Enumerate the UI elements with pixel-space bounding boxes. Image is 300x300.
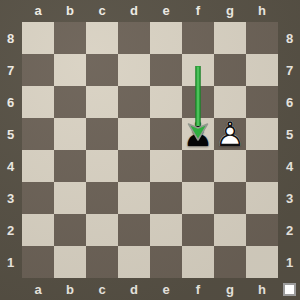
square-e2[interactable] [150,214,182,246]
square-c7[interactable] [86,54,118,86]
square-a4[interactable] [22,150,54,182]
rank-label-4: 4 [0,150,21,182]
square-e8[interactable] [150,22,182,54]
rank-label-3: 3 [0,182,21,214]
square-a2[interactable] [22,214,54,246]
square-a1[interactable] [22,246,54,278]
rank-label-1: 1 [0,246,21,278]
file-labels-bottom: abcdefgh [22,278,278,300]
file-label-c: c [86,278,118,300]
square-b8[interactable] [54,22,86,54]
file-label-b: b [54,278,86,300]
square-c1[interactable] [86,246,118,278]
square-d4[interactable] [118,150,150,182]
rank-label-5: 5 [279,118,300,150]
square-d1[interactable] [118,246,150,278]
square-a3[interactable] [22,182,54,214]
square-c8[interactable] [86,22,118,54]
square-f4[interactable] [182,150,214,182]
file-label-f: f [182,278,214,300]
rank-label-8: 8 [279,22,300,54]
square-g4[interactable] [214,150,246,182]
square-d3[interactable] [118,182,150,214]
file-label-a: a [22,0,54,21]
file-label-e: e [150,0,182,21]
file-label-g: g [214,278,246,300]
square-e5[interactable] [150,118,182,150]
rank-label-6: 6 [0,86,21,118]
square-b3[interactable] [54,182,86,214]
square-h8[interactable] [246,22,278,54]
square-d7[interactable] [118,54,150,86]
side-to-move-indicator [283,283,296,296]
square-d8[interactable] [118,22,150,54]
square-b6[interactable] [54,86,86,118]
square-f7[interactable] [182,54,214,86]
square-f1[interactable] [182,246,214,278]
square-c4[interactable] [86,150,118,182]
file-label-h: h [246,278,278,300]
square-c6[interactable] [86,86,118,118]
square-b1[interactable] [54,246,86,278]
square-h7[interactable] [246,54,278,86]
file-label-a: a [22,278,54,300]
file-label-b: b [54,0,86,21]
rank-labels-right: 87654321 [279,22,300,278]
chess-board: ♟♟♙ [22,22,278,278]
square-e4[interactable] [150,150,182,182]
rank-label-7: 7 [279,54,300,86]
square-g2[interactable] [214,214,246,246]
file-label-c: c [86,0,118,21]
piece-white-pawn-g5[interactable]: ♟♙ [214,118,246,150]
file-label-g: g [214,0,246,21]
square-c3[interactable] [86,182,118,214]
square-a7[interactable] [22,54,54,86]
rank-label-7: 7 [0,54,21,86]
square-b4[interactable] [54,150,86,182]
square-b2[interactable] [54,214,86,246]
square-e7[interactable] [150,54,182,86]
white-pawn-outline: ♙ [214,118,246,150]
piece-black-pawn-f5[interactable]: ♟ [182,118,214,150]
square-e6[interactable] [150,86,182,118]
rank-label-1: 1 [279,246,300,278]
rank-label-3: 3 [279,182,300,214]
square-e3[interactable] [150,182,182,214]
rank-label-2: 2 [279,214,300,246]
square-b7[interactable] [54,54,86,86]
square-a5[interactable] [22,118,54,150]
square-h3[interactable] [246,182,278,214]
square-h6[interactable] [246,86,278,118]
file-label-h: h [246,0,278,21]
square-d5[interactable] [118,118,150,150]
square-e1[interactable] [150,246,182,278]
file-labels-top: abcdefgh [22,0,278,21]
square-c2[interactable] [86,214,118,246]
square-h1[interactable] [246,246,278,278]
square-c5[interactable] [86,118,118,150]
file-label-e: e [150,278,182,300]
square-d6[interactable] [118,86,150,118]
square-b5[interactable] [54,118,86,150]
rank-label-5: 5 [0,118,21,150]
chess-board-frame: abcdefgh abcdefgh 87654321 87654321 ♟♟♙ [0,0,300,300]
square-a8[interactable] [22,22,54,54]
square-h2[interactable] [246,214,278,246]
square-f3[interactable] [182,182,214,214]
rank-label-4: 4 [279,150,300,182]
square-a6[interactable] [22,86,54,118]
square-g5[interactable]: ♟♙ [214,118,246,150]
rank-label-6: 6 [279,86,300,118]
file-label-d: d [118,0,150,21]
square-g8[interactable] [214,22,246,54]
square-f5[interactable]: ♟ [182,118,214,150]
square-g1[interactable] [214,246,246,278]
square-g7[interactable] [214,54,246,86]
file-label-f: f [182,0,214,21]
square-h5[interactable] [246,118,278,150]
square-h4[interactable] [246,150,278,182]
rank-label-8: 8 [0,22,21,54]
rank-labels-left: 87654321 [0,22,21,278]
square-d2[interactable] [118,214,150,246]
rank-label-2: 2 [0,214,21,246]
file-label-d: d [118,278,150,300]
square-g3[interactable] [214,182,246,214]
square-f8[interactable] [182,22,214,54]
square-f2[interactable] [182,214,214,246]
